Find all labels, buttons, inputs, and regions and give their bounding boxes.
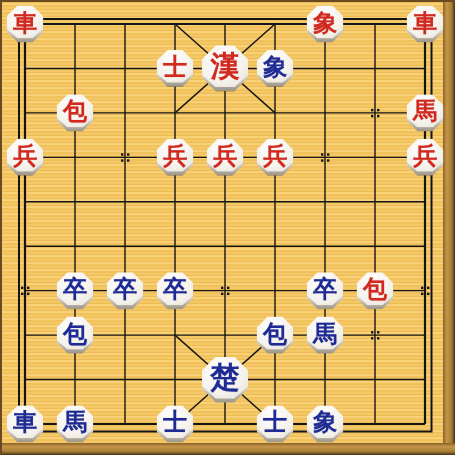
piece-glyph: 兵 [413, 143, 437, 167]
board-edge-left [0, 0, 2, 455]
board-frame-right [443, 0, 455, 455]
piece-han-soldier[interactable]: 兵 [207, 139, 244, 176]
piece-glyph: 楚 [211, 363, 240, 392]
board-frame-bottom [0, 443, 455, 455]
piece-glyph: 兵 [263, 143, 287, 167]
piece-glyph: 兵 [213, 143, 237, 167]
piece-han-cannon[interactable]: 包 [57, 94, 94, 131]
piece-glyph: 包 [63, 321, 87, 345]
piece-glyph: 馬 [63, 410, 87, 434]
piece-glyph: 包 [63, 99, 87, 123]
piece-glyph: 象 [263, 54, 287, 78]
piece-glyph: 馬 [413, 99, 437, 123]
piece-glyph: 士 [263, 410, 287, 434]
piece-glyph: 兵 [163, 143, 187, 167]
janggi-board: 車象車士漢象包馬兵兵兵兵兵卒卒卒卒包包包馬楚車馬士士象 [0, 0, 455, 455]
piece-glyph: 卒 [163, 277, 187, 301]
piece-glyph: 象 [313, 410, 337, 434]
piece-glyph: 車 [13, 410, 37, 434]
piece-glyph: 車 [413, 10, 437, 34]
piece-glyph: 卒 [313, 277, 337, 301]
piece-glyph: 卒 [63, 277, 87, 301]
piece-han-soldier[interactable]: 兵 [157, 139, 194, 176]
board-edge-top [0, 0, 455, 2]
piece-glyph: 象 [313, 10, 337, 34]
piece-glyph: 士 [163, 54, 187, 78]
piece-glyph: 車 [13, 10, 37, 34]
piece-glyph: 包 [263, 321, 287, 345]
piece-glyph: 馬 [313, 321, 337, 345]
piece-glyph: 漢 [211, 52, 240, 81]
piece-han-guard[interactable]: 士 [157, 50, 194, 87]
piece-han-soldier[interactable]: 兵 [7, 139, 44, 176]
piece-glyph: 卒 [113, 277, 137, 301]
piece-glyph: 兵 [13, 143, 37, 167]
piece-glyph: 士 [163, 410, 187, 434]
piece-glyph: 包 [363, 277, 387, 301]
